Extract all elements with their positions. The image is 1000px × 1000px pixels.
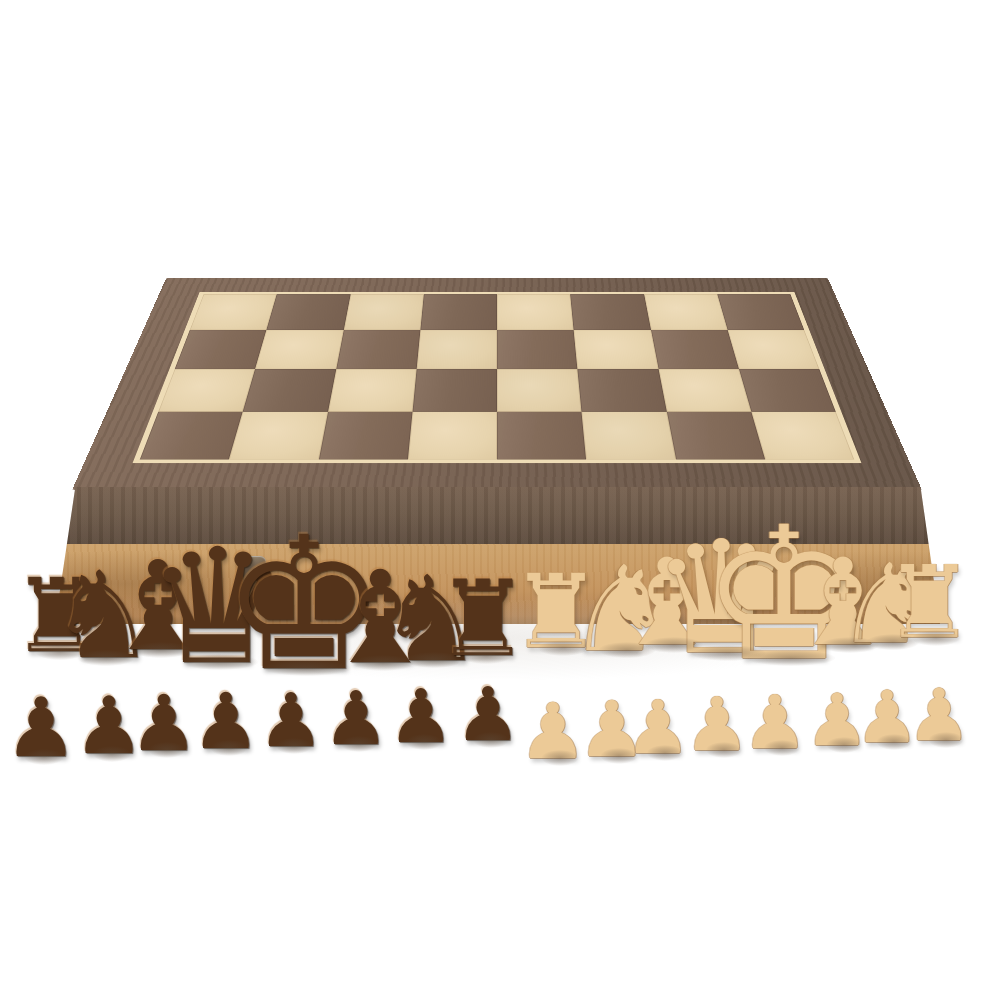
product-photo: ♜♞♝♛♚♝♞♜♟♟♟♟♟♟♟♟♜♞♝♛♚♝♞♜♟♟♟♟♟♟♟♟	[0, 0, 1000, 1000]
piece-shadow	[341, 736, 377, 752]
piece-shadow	[131, 642, 191, 658]
piece-shadow	[647, 745, 683, 761]
piece-shadow	[211, 740, 248, 756]
piece-shadow	[706, 742, 742, 758]
piece-shadow	[93, 746, 131, 762]
piece-shadow	[601, 748, 638, 764]
piece-shadow	[461, 648, 512, 664]
piece-shadow	[877, 734, 912, 750]
piece-shadow	[352, 655, 414, 671]
piece-shadow	[747, 650, 836, 666]
piece-shadow	[473, 732, 509, 748]
piece-shadow	[764, 740, 800, 756]
piece-shadow	[406, 652, 463, 668]
piece-shadow	[24, 749, 64, 765]
piece-shadow	[929, 732, 964, 748]
piece-shadow	[912, 630, 960, 646]
piece-shadow	[182, 654, 259, 670]
piece-shadow	[827, 737, 862, 753]
piece-tray: ♜♞♝♛♚♝♞♜♟♟♟♟♟♟♟♟♜♞♝♛♚♝♞♜♟♟♟♟♟♟♟♟	[0, 0, 1000, 1000]
piece-shadow	[276, 738, 312, 754]
piece-shadow	[77, 650, 135, 666]
piece-shadow	[538, 640, 588, 656]
piece-shadow	[149, 742, 186, 758]
piece-shadow	[406, 734, 442, 750]
piece-shadow	[542, 750, 579, 766]
piece-shadow	[263, 660, 352, 676]
